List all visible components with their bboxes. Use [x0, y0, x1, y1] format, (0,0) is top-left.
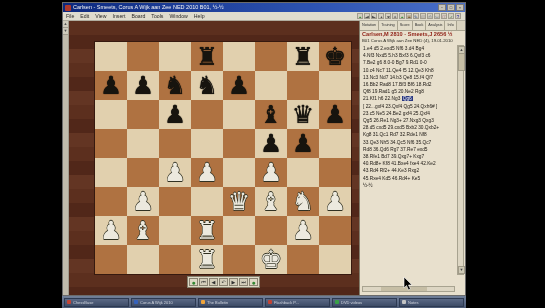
square-c4[interactable]: ♟: [159, 158, 191, 187]
menu-edit[interactable]: Edit: [77, 12, 92, 20]
notation-tabs: NotationTrainingScoreBookAnalysisInfo: [360, 21, 465, 31]
square-g8[interactable]: ♜: [287, 42, 319, 71]
current-move[interactable]: Qg6: [402, 96, 413, 101]
square-g2[interactable]: ♟: [287, 216, 319, 245]
up-icon[interactable]: ▲: [378, 13, 384, 19]
cut-icon[interactable]: ✂: [434, 13, 440, 19]
square-f6[interactable]: ♝: [255, 100, 287, 129]
window-title: Carlsen - Smeets, Corus A Wijk aan Zee N…: [73, 4, 224, 10]
tab-notation[interactable]: Notation: [360, 21, 379, 30]
square-d3[interactable]: [191, 187, 223, 216]
square-g3[interactable]: ♞: [287, 187, 319, 216]
black-piece-r-g8: ♜: [292, 42, 314, 71]
square-b4[interactable]: [127, 158, 159, 187]
move-line-11[interactable]: Qg5 26.Re1 Ng3+ 27.Nxg3 Qxg3: [363, 117, 455, 124]
white-piece-p-h3: ♟: [324, 187, 346, 216]
white-piece-k-f1: ♚: [260, 245, 282, 274]
move-line-17[interactable]: 40.Rd8+ Kf8 41.Bxe4 fxe4 42.Ke2: [363, 160, 455, 167]
square-e4[interactable]: [223, 158, 255, 187]
move-line-7[interactable]: Qf8 19.Rad1 g5 20.Ne2 Rg8: [363, 88, 455, 95]
square-d4[interactable]: ♟: [191, 158, 223, 187]
square-f4[interactable]: ♟: [255, 158, 287, 187]
square-d6[interactable]: [191, 100, 223, 129]
goto-end-button[interactable]: ⏭: [239, 278, 248, 286]
square-h7[interactable]: [319, 71, 351, 100]
strip-up-icon[interactable]: ▲: [63, 21, 68, 28]
black-piece-n-d7: ♞: [196, 71, 218, 100]
video-frame: Carlsen - Smeets, Corus A Wijk aan Zee N…: [0, 0, 545, 308]
vertical-scrollbar[interactable]: ▲ ▼: [457, 45, 464, 275]
square-g4[interactable]: [287, 158, 319, 187]
square-b5[interactable]: [127, 129, 159, 158]
tab-book[interactable]: Book: [413, 21, 427, 30]
record-toggle-button[interactable]: ●: [249, 278, 258, 286]
move-line-20[interactable]: ½-½: [363, 182, 455, 189]
game-header: Carlsen,M 2810 - Smeets,J 2656 ½: [362, 31, 457, 37]
white-piece-r-d2: ♜: [196, 216, 218, 245]
taskbar-button-3[interactable]: The Bulletin: [198, 298, 263, 307]
menu-bar: FileEditViewInsertBoardToolsWindowHelp ●…: [63, 12, 465, 21]
print-icon[interactable]: ⎙: [427, 13, 433, 19]
flip-icon[interactable]: ✦: [392, 13, 398, 19]
square-a4[interactable]: [95, 158, 127, 187]
move-line-8[interactable]: 21.Kf1 h6 22.Ng3 Qg6: [363, 95, 455, 102]
square-c2[interactable]: [159, 216, 191, 245]
window-content: ▲▼ ♜♜♚♟♟♞♞♟♟♝♛♟♟♟♟♟♟♟♛♝♞♟♟♝♜♟♜♚ ●⏮◀↶▶⏭● …: [63, 21, 465, 295]
black-piece-p-e7: ♟: [228, 71, 250, 100]
square-a5[interactable]: [95, 129, 127, 158]
check-icon[interactable]: ✓: [448, 13, 454, 19]
app-icon: [65, 5, 71, 11]
black-piece-k-h8: ♚: [324, 42, 346, 71]
square-c1[interactable]: [159, 245, 191, 274]
move-line-14[interactable]: 33.Qe3 Nh5 34.Qc5 Nf6 35.Qc7: [363, 139, 455, 146]
move-line-15[interactable]: Rd8 36.Qd6 Rg7 37.Re7 exd5: [363, 146, 455, 153]
taskbar-app-icon: [402, 300, 406, 304]
move-line-6[interactable]: 16.Bb2 Rad8 17.Bf3 Bf6 18.Rd2: [363, 81, 455, 88]
square-h6[interactable]: ♟: [319, 100, 351, 129]
square-g6[interactable]: ♛: [287, 100, 319, 129]
square-a1[interactable]: [95, 245, 127, 274]
square-g1[interactable]: [287, 245, 319, 274]
move-line-9[interactable]: [ 22...gxf4 23.Qxf4 Qg5 24.Qxh6# ]: [363, 103, 455, 110]
square-a7[interactable]: ♟: [95, 71, 127, 100]
square-c6[interactable]: ♟: [159, 100, 191, 129]
white-piece-p-f4: ♟: [260, 158, 282, 187]
move-list: 1.e4 d5 2.exd5 Nf6 3.d4 Bg44.Nf3 Nxd5 5.…: [363, 45, 455, 277]
square-d5[interactable]: [191, 129, 223, 158]
black-piece-p-b7: ♟: [132, 71, 154, 100]
square-c7[interactable]: ♞: [159, 71, 191, 100]
square-h5[interactable]: [319, 129, 351, 158]
square-d1[interactable]: ♜: [191, 245, 223, 274]
taskbar-button-4[interactable]: Flashback P...: [265, 298, 330, 307]
white-piece-r-d1: ♜: [196, 245, 218, 274]
board-panel: ♜♜♚♟♟♞♞♟♟♝♛♟♟♟♟♟♟♟♛♝♞♟♟♝♜♟♜♚ ●⏮◀↶▶⏭●: [69, 21, 359, 295]
menu-insert[interactable]: Insert: [109, 12, 128, 20]
square-e5[interactable]: [223, 129, 255, 158]
menu-view[interactable]: View: [92, 12, 109, 20]
menu-file[interactable]: File: [63, 12, 77, 20]
white-piece-b-f3: ♝: [260, 187, 282, 216]
white-piece-b-b2: ♝: [132, 216, 154, 245]
square-f7[interactable]: [255, 71, 287, 100]
step-back-button[interactable]: ◀: [209, 278, 218, 286]
white-piece-p-b3: ♟: [132, 187, 154, 216]
black-piece-p-c6: ♟: [164, 100, 186, 129]
square-a6[interactable]: [95, 100, 127, 129]
edit-icon[interactable]: ✎: [413, 13, 419, 19]
chess-board: ♜♜♚♟♟♞♞♟♟♝♛♟♟♟♟♟♟♟♛♝♞♟♟♝♜♟♜♚: [94, 41, 352, 275]
back-icon[interactable]: ◀: [364, 13, 370, 19]
white-piece-q-e3: ♛: [228, 187, 250, 216]
square-b7[interactable]: ♟: [127, 71, 159, 100]
menu-help[interactable]: Help: [191, 12, 208, 20]
square-e7[interactable]: ♟: [223, 71, 255, 100]
square-c8[interactable]: [159, 42, 191, 71]
move-line-10[interactable]: 23.c5 Ne5 24.Be2 gxf4 25.Qxf4: [363, 110, 455, 117]
square-f5[interactable]: ♟: [255, 129, 287, 158]
white-piece-p-c4: ♟: [164, 158, 186, 187]
taskbar-app-icon: [268, 300, 272, 304]
square-e1[interactable]: [223, 245, 255, 274]
square-d8[interactable]: ♜: [191, 42, 223, 71]
notation-panel: NotationTrainingScoreBookAnalysisInfo Ca…: [359, 21, 465, 295]
taskbar: ChessBaseCorus A Wijk 2010The BulletinFl…: [62, 296, 466, 308]
square-h1[interactable]: [319, 245, 351, 274]
square-f1[interactable]: ♚: [255, 245, 287, 274]
forward-icon[interactable]: ▶: [371, 13, 377, 19]
square-h8[interactable]: ♚: [319, 42, 351, 71]
square-h4[interactable]: [319, 158, 351, 187]
taskbar-button-2[interactable]: Corus A Wijk 2010: [131, 298, 196, 307]
black-piece-q-g6: ♛: [292, 100, 314, 129]
tab-training[interactable]: Training: [379, 21, 398, 30]
white-piece-p-g2: ♟: [292, 216, 314, 245]
board-nav-toolbar: ●⏮◀↶▶⏭●: [187, 276, 260, 288]
white-piece-p-a2: ♟: [100, 216, 122, 245]
taskbar-app-icon: [201, 300, 205, 304]
taskbar-app-icon: [134, 300, 138, 304]
black-piece-p-a7: ♟: [100, 71, 122, 100]
engine-toggle-button[interactable]: ●: [189, 278, 198, 286]
engine-icon[interactable]: ●: [357, 13, 363, 19]
square-g5[interactable]: ♟: [287, 129, 319, 158]
square-e3[interactable]: ♛: [223, 187, 255, 216]
scroll-thumb[interactable]: [458, 53, 465, 71]
strip-down-icon[interactable]: ▼: [63, 28, 68, 35]
board-icon[interactable]: ▣: [406, 13, 412, 19]
white-piece-n-g3: ♞: [292, 187, 314, 216]
tab-score[interactable]: Score: [398, 21, 413, 30]
black-piece-p-g5: ♟: [292, 129, 314, 158]
taskbar-button-6[interactable]: Notes: [399, 298, 464, 307]
square-f8[interactable]: [255, 42, 287, 71]
square-h3[interactable]: ♟: [319, 187, 351, 216]
white-piece-p-d4: ♟: [196, 158, 218, 187]
black-piece-n-c7: ♞: [164, 71, 186, 100]
move-line-2[interactable]: 4.Nf3 Nxd5 5.h3 Bxf3 6.Qxf3 c6: [363, 52, 455, 59]
square-b3[interactable]: ♟: [127, 187, 159, 216]
square-c5[interactable]: [159, 129, 191, 158]
takeback-button[interactable]: ↶: [219, 278, 228, 286]
mouse-cursor: [403, 277, 413, 291]
black-piece-p-f5: ♟: [260, 129, 282, 158]
square-a8[interactable]: [95, 42, 127, 71]
square-e6[interactable]: [223, 100, 255, 129]
taskbar-app-icon: [67, 300, 71, 304]
square-a2[interactable]: ♟: [95, 216, 127, 245]
move-line-13[interactable]: Kg8 31.Qc1 Rd7 32.Rde1 Nf8: [363, 131, 455, 138]
square-b8[interactable]: [127, 42, 159, 71]
menu-tools[interactable]: Tools: [148, 12, 166, 20]
minimize-button[interactable]: −: [438, 4, 446, 11]
taskbar-button-1[interactable]: ChessBase: [64, 298, 129, 307]
scroll-down-icon[interactable]: ▼: [458, 266, 465, 274]
taskbar-button-5[interactable]: DVD videos: [332, 298, 397, 307]
chessbase-window: Carlsen - Smeets, Corus A Wijk aan Zee N…: [62, 2, 466, 296]
square-c3[interactable]: [159, 187, 191, 216]
move-line-5[interactable]: 13.Nc3 Nd7 14.b3 Qe8 15.f4 Qf7: [363, 74, 455, 81]
square-g7[interactable]: [287, 71, 319, 100]
square-f3[interactable]: ♝: [255, 187, 287, 216]
tab-info[interactable]: Info: [445, 21, 456, 30]
square-d2[interactable]: ♜: [191, 216, 223, 245]
square-e8[interactable]: [223, 42, 255, 71]
square-b6[interactable]: [127, 100, 159, 129]
menu-board[interactable]: Board: [128, 12, 148, 20]
square-b2[interactable]: ♝: [127, 216, 159, 245]
move-line-4[interactable]: 10.c4 Nc7 11.Qe4 f5 12.Qe3 Kh8: [363, 67, 455, 74]
menu-window[interactable]: Window: [166, 12, 190, 20]
title-bar[interactable]: Carlsen - Smeets, Corus A Wijk aan Zee N…: [63, 3, 465, 12]
move-line-19[interactable]: 45.Rxe4 Kd5 46.Rd4+ Ke5: [363, 175, 455, 182]
move-line-12[interactable]: 28.d5 cxd5 29.cxd5 Bxb2 30.Qxb2+: [363, 124, 455, 131]
black-piece-p-h6: ♟: [324, 100, 346, 129]
move-line-18[interactable]: 43.Rd4 Rf2+ 44.Ke3 Rxg2: [363, 167, 455, 174]
square-e2[interactable]: [223, 216, 255, 245]
maximize-button[interactable]: □: [447, 4, 455, 11]
help-icon[interactable]: ?: [455, 13, 461, 19]
tab-analysis[interactable]: Analysis: [426, 21, 445, 30]
copy-icon[interactable]: ◫: [441, 13, 447, 19]
move-line-16[interactable]: 38.Rfe1 Bd7 39.Qxg7+ Kxg7: [363, 153, 455, 160]
step-forward-button[interactable]: ▶: [229, 278, 238, 286]
square-b1[interactable]: [127, 245, 159, 274]
black-piece-r-d8: ♜: [196, 42, 218, 71]
event-line: B01 Corus A Wijk aan Zee NED (4), 19.01.…: [362, 38, 457, 43]
square-h2[interactable]: [319, 216, 351, 245]
record-icon[interactable]: ●: [399, 13, 405, 19]
square-f2[interactable]: [255, 216, 287, 245]
move-line-1[interactable]: 1.e4 d5 2.exd5 Nf6 3.d4 Bg4: [363, 45, 455, 52]
move-line-3[interactable]: 7.Be2 g6 8.0-0 Bg7 9.Rd1 0-0: [363, 59, 455, 66]
square-a3[interactable]: [95, 187, 127, 216]
black-piece-b-f6: ♝: [260, 100, 282, 129]
square-d7[interactable]: ♞: [191, 71, 223, 100]
new-icon[interactable]: ▤: [420, 13, 426, 19]
down-icon[interactable]: ▼: [385, 13, 391, 19]
taskbar-app-icon: [335, 300, 339, 304]
goto-start-button[interactable]: ⏮: [199, 278, 208, 286]
close-button[interactable]: ×: [456, 4, 464, 11]
